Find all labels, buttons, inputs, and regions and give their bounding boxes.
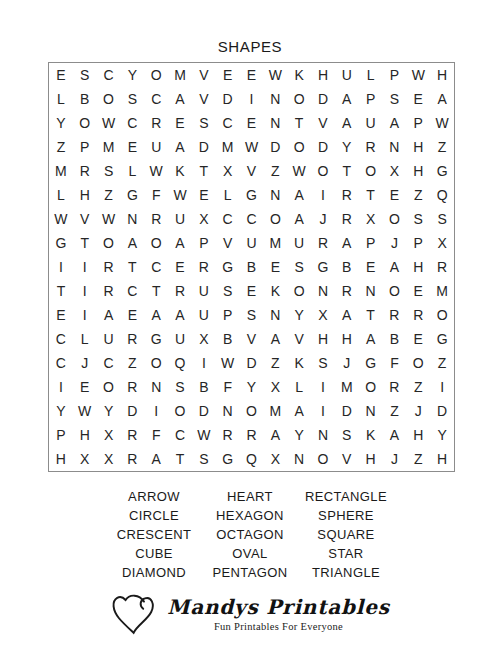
grid-cell: K bbox=[359, 423, 383, 447]
grid-cell: O bbox=[287, 135, 311, 159]
grid-cell: T bbox=[120, 255, 144, 279]
grid-cell: R bbox=[120, 447, 144, 471]
grid-cell: T bbox=[359, 303, 383, 327]
grid-cell: K bbox=[263, 279, 287, 303]
grid-cell: R bbox=[383, 375, 407, 399]
grid-cell: X bbox=[216, 159, 240, 183]
grid-cell: W bbox=[263, 63, 287, 87]
grid-cell: O bbox=[240, 399, 264, 423]
grid-cell: C bbox=[97, 351, 121, 375]
grid-cell: E bbox=[383, 183, 407, 207]
grid-cell: B bbox=[216, 327, 240, 351]
grid-cell: S bbox=[287, 255, 311, 279]
grid-cell: W bbox=[73, 399, 97, 423]
brand-footer: Mandys Printables Fun Printables For Eve… bbox=[0, 592, 500, 644]
grid-cell: Y bbox=[287, 303, 311, 327]
grid-cell: X bbox=[311, 303, 335, 327]
grid-cell: G bbox=[311, 255, 335, 279]
grid-cell: R bbox=[168, 279, 192, 303]
grid-cell: U bbox=[359, 111, 383, 135]
grid-cell: Y bbox=[120, 63, 144, 87]
grid-cell: X bbox=[73, 447, 97, 471]
grid-cell: S bbox=[97, 159, 121, 183]
grid-cell: R bbox=[359, 135, 383, 159]
puzzle-title: SHAPES bbox=[0, 38, 500, 55]
word-list-item: STAR bbox=[298, 544, 394, 563]
grid-cell: I bbox=[49, 375, 73, 399]
grid-cell: R bbox=[240, 423, 264, 447]
grid-cell: D bbox=[430, 399, 454, 423]
grid-cell: H bbox=[430, 63, 454, 87]
grid-cell: P bbox=[216, 303, 240, 327]
grid-cell: Q bbox=[430, 183, 454, 207]
grid-cell: P bbox=[359, 87, 383, 111]
grid-cell: M bbox=[97, 135, 121, 159]
grid-cell: D bbox=[311, 135, 335, 159]
grid-cell: O bbox=[144, 231, 168, 255]
grid-cell: N bbox=[359, 279, 383, 303]
grid-cell: Z bbox=[383, 399, 407, 423]
grid-cell: U bbox=[168, 207, 192, 231]
grid-cell: T bbox=[335, 159, 359, 183]
grid-cell: R bbox=[430, 255, 454, 279]
grid-cell: H bbox=[406, 423, 430, 447]
grid-cell: R bbox=[73, 159, 97, 183]
grid-cell: J bbox=[335, 351, 359, 375]
grid-cell: P bbox=[359, 231, 383, 255]
grid-cell: V bbox=[192, 87, 216, 111]
grid-cell: H bbox=[406, 159, 430, 183]
grid-cell: C bbox=[216, 207, 240, 231]
grid-cell: I bbox=[192, 351, 216, 375]
grid-cell: X bbox=[263, 375, 287, 399]
grid-cell: E bbox=[192, 183, 216, 207]
grid-cell: A bbox=[383, 423, 407, 447]
grid-cell: A bbox=[168, 231, 192, 255]
grid-cell: M bbox=[263, 231, 287, 255]
grid-cell: R bbox=[192, 255, 216, 279]
grid-cell: R bbox=[311, 231, 335, 255]
grid-cell: N bbox=[359, 399, 383, 423]
grid-cell: I bbox=[430, 375, 454, 399]
grid-cell: L bbox=[359, 63, 383, 87]
grid-cell: B bbox=[73, 87, 97, 111]
grid-cell: G bbox=[120, 183, 144, 207]
grid-cell: R bbox=[120, 327, 144, 351]
grid-cell: O bbox=[383, 207, 407, 231]
grid-cell: L bbox=[49, 183, 73, 207]
grid-cell: C bbox=[120, 111, 144, 135]
grid-cell: V bbox=[73, 207, 97, 231]
grid-cell: A bbox=[168, 135, 192, 159]
grid-cell: I bbox=[49, 255, 73, 279]
grid-cell: B bbox=[335, 255, 359, 279]
grid-cell: Y bbox=[49, 111, 73, 135]
grid-cell: X bbox=[192, 207, 216, 231]
grid-cell: G bbox=[240, 183, 264, 207]
grid-cell: T bbox=[73, 231, 97, 255]
grid-cell: S bbox=[192, 447, 216, 471]
grid-cell: U bbox=[335, 63, 359, 87]
grid-cell: W bbox=[168, 183, 192, 207]
grid-cell: Z bbox=[97, 183, 121, 207]
grid-cell: E bbox=[120, 135, 144, 159]
grid-cell: X bbox=[263, 447, 287, 471]
grid-cell: O bbox=[287, 279, 311, 303]
word-list-item: HEXAGON bbox=[202, 506, 298, 525]
grid-cell: H bbox=[406, 135, 430, 159]
grid-cell: Z bbox=[430, 351, 454, 375]
grid-cell: R bbox=[97, 279, 121, 303]
grid-cell: A bbox=[263, 423, 287, 447]
grid-cell: C bbox=[168, 423, 192, 447]
grid-cell: P bbox=[406, 111, 430, 135]
grid-cell: O bbox=[97, 87, 121, 111]
grid-cell: S bbox=[335, 423, 359, 447]
grid-cell: I bbox=[311, 375, 335, 399]
grid-cell: O bbox=[144, 351, 168, 375]
grid-cell: E bbox=[240, 63, 264, 87]
grid-cell: D bbox=[240, 351, 264, 375]
grid-cell: H bbox=[73, 183, 97, 207]
word-list-item: RECTANGLE bbox=[298, 487, 394, 506]
grid-cell: B bbox=[383, 327, 407, 351]
word-list-item: PENTAGON bbox=[202, 563, 298, 582]
word-list-item: SQUARE bbox=[298, 525, 394, 544]
grid-cell: M bbox=[430, 279, 454, 303]
grid-cell: O bbox=[263, 207, 287, 231]
grid-cell: R bbox=[383, 303, 407, 327]
grid-cell: S bbox=[383, 87, 407, 111]
grid-cell: Y bbox=[335, 135, 359, 159]
grid-cell: H bbox=[335, 327, 359, 351]
grid-cell: A bbox=[383, 111, 407, 135]
grid-cell: G bbox=[144, 327, 168, 351]
grid-cell: N bbox=[263, 303, 287, 327]
grid-cell: D bbox=[120, 399, 144, 423]
word-list-item: DIAMOND bbox=[106, 563, 202, 582]
grid-cell: A bbox=[168, 87, 192, 111]
grid-cell: D bbox=[311, 87, 335, 111]
grid-cell: C bbox=[49, 351, 73, 375]
grid-cell: A bbox=[383, 255, 407, 279]
grid-cell: I bbox=[73, 303, 97, 327]
brand-tagline: Fun Printables For Everyone bbox=[167, 621, 390, 632]
worksheet-page: SHAPES ESCYOMVEEWKHULPWHLBOSCAVDINODAPSE… bbox=[0, 0, 500, 647]
grid-cell: F bbox=[144, 183, 168, 207]
grid-cell: H bbox=[430, 447, 454, 471]
grid-cell: G bbox=[216, 447, 240, 471]
grid-cell: E bbox=[120, 303, 144, 327]
grid-cell: Y bbox=[97, 399, 121, 423]
word-list-item: OCTAGON bbox=[202, 525, 298, 544]
grid-cell: R bbox=[144, 111, 168, 135]
grid-cell: O bbox=[287, 87, 311, 111]
grid-cell: W bbox=[430, 111, 454, 135]
grid-cell: L bbox=[216, 183, 240, 207]
grid-cell: N bbox=[263, 111, 287, 135]
wordsearch-grid: ESCYOMVEEWKHULPWHLBOSCAVDINODAPSEAYOWCRE… bbox=[48, 62, 455, 472]
grid-cell: G bbox=[359, 351, 383, 375]
grid-cell: A bbox=[263, 327, 287, 351]
grid-cell: P bbox=[192, 231, 216, 255]
grid-cell: K bbox=[287, 63, 311, 87]
grid-cell: S bbox=[73, 63, 97, 87]
grid-cell: O bbox=[430, 303, 454, 327]
grid-cell: R bbox=[120, 423, 144, 447]
grid-cell: O bbox=[97, 231, 121, 255]
grid-cell: X bbox=[359, 207, 383, 231]
grid-cell: H bbox=[73, 423, 97, 447]
grid-cell: W bbox=[287, 159, 311, 183]
grid-cell: M bbox=[216, 135, 240, 159]
grid-cell: A bbox=[335, 303, 359, 327]
grid-cell: M bbox=[335, 375, 359, 399]
grid-cell: X bbox=[192, 327, 216, 351]
grid-cell: V bbox=[287, 327, 311, 351]
grid-cell: I bbox=[144, 399, 168, 423]
grid-cell: A bbox=[335, 111, 359, 135]
grid-cell: H bbox=[359, 447, 383, 471]
grid-cell: Z bbox=[406, 447, 430, 471]
grid-cell: X bbox=[430, 231, 454, 255]
grid-cell: N bbox=[120, 207, 144, 231]
grid-cell: T bbox=[359, 183, 383, 207]
grid-cell: I bbox=[311, 183, 335, 207]
grid-cell: A bbox=[120, 231, 144, 255]
grid-cell: C bbox=[216, 111, 240, 135]
grid-cell: E bbox=[240, 279, 264, 303]
grid-cell: I bbox=[73, 255, 97, 279]
grid-cell: T bbox=[287, 111, 311, 135]
grid-cell: J bbox=[383, 447, 407, 471]
grid-cell: A bbox=[335, 231, 359, 255]
grid-cell: W bbox=[144, 159, 168, 183]
grid-cell: G bbox=[430, 327, 454, 351]
grid-cell: E bbox=[168, 111, 192, 135]
grid-cell: W bbox=[192, 423, 216, 447]
grid-cell: E bbox=[168, 255, 192, 279]
word-list-item: OVAL bbox=[202, 544, 298, 563]
grid-cell: B bbox=[192, 375, 216, 399]
grid-cell: N bbox=[287, 447, 311, 471]
grid-cell: O bbox=[311, 447, 335, 471]
grid-cell: A bbox=[287, 207, 311, 231]
grid-cell: W bbox=[216, 351, 240, 375]
grid-cell: T bbox=[192, 159, 216, 183]
grid-cell: W bbox=[97, 111, 121, 135]
grid-cell: S bbox=[168, 375, 192, 399]
grid-cell: O bbox=[97, 375, 121, 399]
grid-cell: E bbox=[216, 63, 240, 87]
grid-cell: X bbox=[97, 447, 121, 471]
grid-cell: K bbox=[287, 351, 311, 375]
grid-cell: X bbox=[383, 159, 407, 183]
grid-cell: H bbox=[406, 255, 430, 279]
grid-cell: O bbox=[359, 375, 383, 399]
grid-cell: I bbox=[240, 87, 264, 111]
grid-cell: H bbox=[49, 447, 73, 471]
grid-cell: Z bbox=[263, 351, 287, 375]
grid-cell: E bbox=[263, 255, 287, 279]
grid-cell: E bbox=[406, 327, 430, 351]
grid-cell: G bbox=[430, 159, 454, 183]
grid-cell: D bbox=[263, 135, 287, 159]
grid-cell: H bbox=[311, 327, 335, 351]
grid-cell: H bbox=[311, 63, 335, 87]
grid-cell: E bbox=[240, 111, 264, 135]
grid-cell: Y bbox=[287, 423, 311, 447]
grid-cell: P bbox=[406, 231, 430, 255]
grid-cell: Q bbox=[240, 447, 264, 471]
grid-cell: Q bbox=[168, 351, 192, 375]
grid-cell: S bbox=[120, 87, 144, 111]
grid-cell: L bbox=[73, 327, 97, 351]
grid-cell: D bbox=[216, 87, 240, 111]
grid-cell: Z bbox=[406, 375, 430, 399]
grid-cell: E bbox=[406, 87, 430, 111]
grid-cell: U bbox=[192, 279, 216, 303]
grid-cell: R bbox=[120, 375, 144, 399]
grid-cell: D bbox=[335, 399, 359, 423]
grid-cell: F bbox=[216, 375, 240, 399]
grid-cell: Z bbox=[406, 183, 430, 207]
grid-cell: A bbox=[287, 399, 311, 423]
grid-cell: P bbox=[73, 135, 97, 159]
grid-cell: Y bbox=[430, 423, 454, 447]
grid-cell: J bbox=[383, 231, 407, 255]
grid-cell: N bbox=[311, 279, 335, 303]
grid-cell: V bbox=[216, 231, 240, 255]
grid-cell: A bbox=[168, 303, 192, 327]
grid-cell: S bbox=[192, 111, 216, 135]
grid-cell: C bbox=[144, 87, 168, 111]
word-list-item: CUBE bbox=[106, 544, 202, 563]
grid-cell: U bbox=[287, 231, 311, 255]
grid-cell: T bbox=[49, 279, 73, 303]
grid-cell: O bbox=[168, 399, 192, 423]
grid-cell: Z bbox=[120, 351, 144, 375]
grid-cell: R bbox=[216, 423, 240, 447]
grid-cell: L bbox=[49, 87, 73, 111]
word-list-item: HEART bbox=[202, 487, 298, 506]
grid-cell: C bbox=[120, 279, 144, 303]
grid-cell: Y bbox=[240, 375, 264, 399]
grid-cell: S bbox=[240, 303, 264, 327]
grid-cell: O bbox=[406, 351, 430, 375]
grid-cell: W bbox=[97, 207, 121, 231]
grid-cell: W bbox=[49, 207, 73, 231]
grid-cell: J bbox=[73, 351, 97, 375]
grid-cell: D bbox=[192, 135, 216, 159]
grid-cell: R bbox=[406, 303, 430, 327]
grid-cell: C bbox=[97, 63, 121, 87]
grid-cell: U bbox=[240, 231, 264, 255]
word-list-item: CIRCLE bbox=[106, 506, 202, 525]
grid-cell: O bbox=[383, 279, 407, 303]
grid-cell: V bbox=[335, 447, 359, 471]
grid-cell: I bbox=[311, 399, 335, 423]
grid-cell: N bbox=[383, 135, 407, 159]
grid-cell: V bbox=[240, 327, 264, 351]
grid-cell: W bbox=[240, 135, 264, 159]
grid-cell: E bbox=[73, 375, 97, 399]
grid-cell: T bbox=[144, 279, 168, 303]
grid-cell: C bbox=[144, 255, 168, 279]
grid-cell: P bbox=[49, 423, 73, 447]
grid-cell: O bbox=[73, 111, 97, 135]
grid-cell: U bbox=[168, 327, 192, 351]
grid-cell: C bbox=[49, 327, 73, 351]
grid-cell: R bbox=[335, 207, 359, 231]
grid-cell: O bbox=[359, 159, 383, 183]
grid-cell: I bbox=[73, 279, 97, 303]
grid-cell: C bbox=[240, 207, 264, 231]
grid-cell: V bbox=[311, 111, 335, 135]
grid-cell: X bbox=[97, 423, 121, 447]
grid-cell: Z bbox=[430, 135, 454, 159]
grid-cell: E bbox=[49, 63, 73, 87]
grid-cell: E bbox=[359, 255, 383, 279]
grid-cell: U bbox=[144, 135, 168, 159]
grid-cell: T bbox=[168, 447, 192, 471]
grid-cell: J bbox=[406, 399, 430, 423]
grid-cell: L bbox=[287, 375, 311, 399]
grid-cell: M bbox=[263, 399, 287, 423]
grid-cell: A bbox=[359, 327, 383, 351]
heart-logo-icon bbox=[110, 592, 162, 644]
grid-cell: N bbox=[216, 399, 240, 423]
grid-cell: N bbox=[144, 375, 168, 399]
grid-cell: A bbox=[144, 447, 168, 471]
grid-cell: A bbox=[287, 183, 311, 207]
grid-cell: O bbox=[144, 63, 168, 87]
grid-cell: F bbox=[144, 423, 168, 447]
grid-cell: A bbox=[430, 87, 454, 111]
grid-cell: W bbox=[406, 63, 430, 87]
grid-cell: E bbox=[49, 303, 73, 327]
grid-cell: U bbox=[192, 303, 216, 327]
grid-cell: S bbox=[216, 279, 240, 303]
grid-cell: A bbox=[97, 303, 121, 327]
grid-cell: R bbox=[335, 183, 359, 207]
word-list-item: ARROW bbox=[106, 487, 202, 506]
grid-cell: J bbox=[311, 207, 335, 231]
grid-cell: B bbox=[240, 255, 264, 279]
grid-cell: G bbox=[49, 231, 73, 255]
grid-cell: M bbox=[49, 159, 73, 183]
grid-cell: R bbox=[144, 207, 168, 231]
grid-cell: N bbox=[263, 87, 287, 111]
grid-cell: P bbox=[383, 63, 407, 87]
word-list-item: SPHERE bbox=[298, 506, 394, 525]
grid-cell: G bbox=[216, 255, 240, 279]
brand-text-block: Mandys Printables Fun Printables For Eve… bbox=[167, 592, 390, 632]
grid-cell: Z bbox=[49, 135, 73, 159]
grid-cell: E bbox=[406, 279, 430, 303]
grid-cell: V bbox=[192, 63, 216, 87]
brand-name: Mandys Printables bbox=[167, 595, 390, 619]
grid-cell: N bbox=[311, 423, 335, 447]
grid-cell: Y bbox=[49, 399, 73, 423]
word-list-item: TRIANGLE bbox=[298, 563, 394, 582]
grid-cell: O bbox=[311, 159, 335, 183]
grid-cell: S bbox=[406, 207, 430, 231]
word-list: ARROWHEARTRECTANGLECIRCLEHEXAGONSPHERECR… bbox=[0, 487, 500, 582]
grid-cell: L bbox=[120, 159, 144, 183]
grid-cell: A bbox=[335, 87, 359, 111]
grid-cell: A bbox=[144, 303, 168, 327]
